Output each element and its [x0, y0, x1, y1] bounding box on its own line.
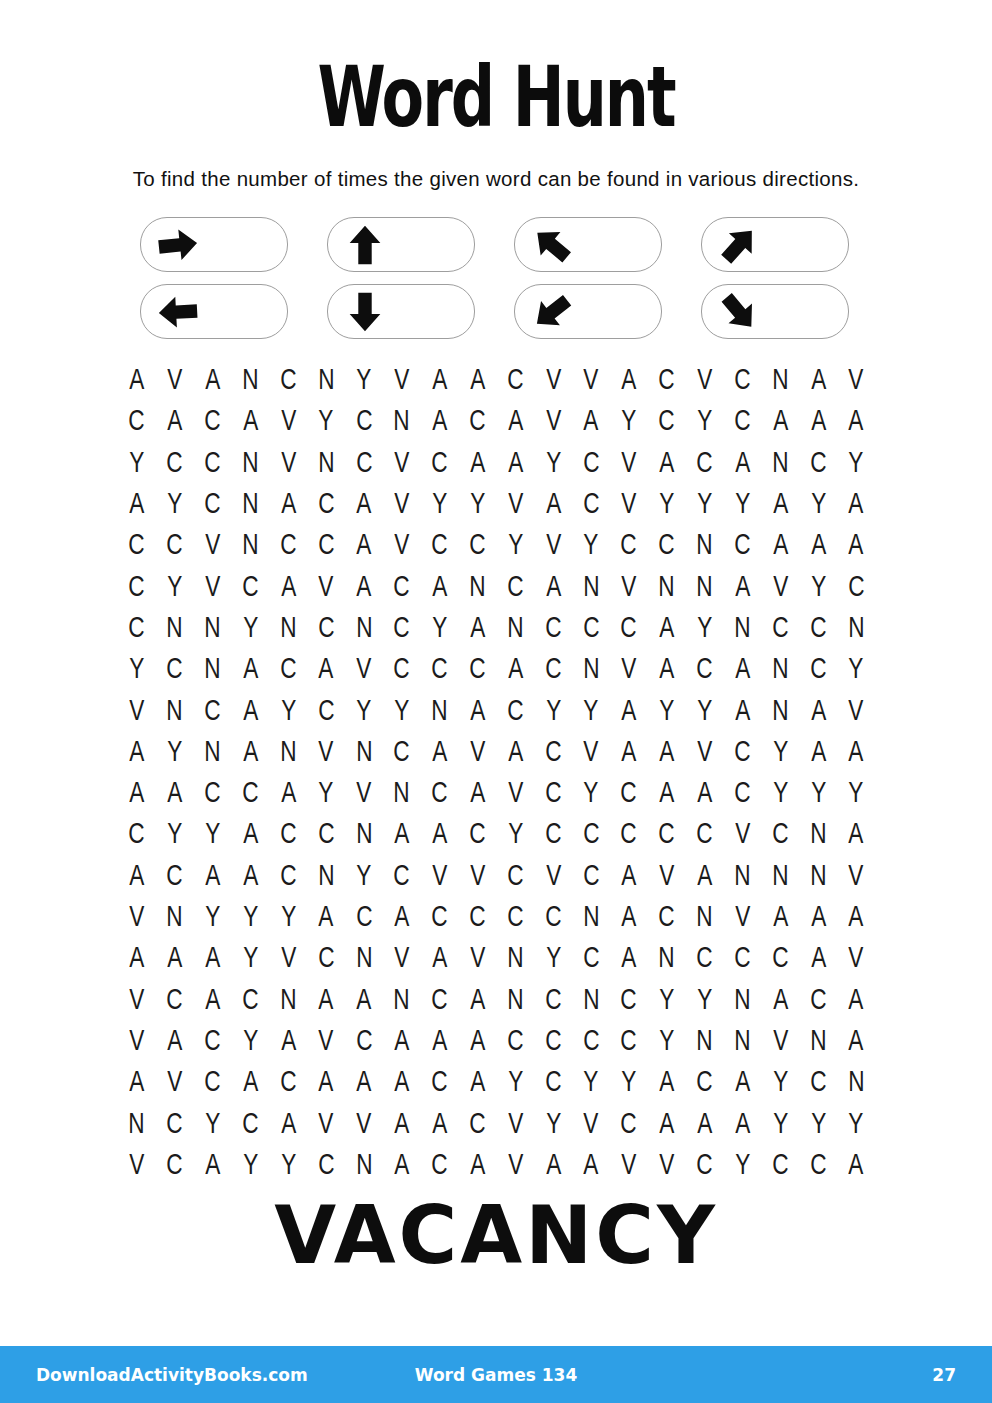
grid-cell: V	[496, 772, 534, 813]
grid-cell: N	[232, 483, 270, 524]
grid-cell: V	[156, 359, 194, 400]
grid-cell: A	[686, 1102, 724, 1143]
grid-cell: A	[459, 1144, 497, 1185]
grid-cell: Y	[269, 896, 307, 937]
direction-button-down	[327, 284, 475, 339]
grid-cell: A	[118, 937, 156, 978]
grid-cell: N	[194, 731, 232, 772]
grid-cell: A	[194, 937, 232, 978]
grid-cell: N	[345, 731, 383, 772]
grid-cell: V	[383, 359, 421, 400]
grid-cell: V	[383, 442, 421, 483]
grid-cell: C	[648, 896, 686, 937]
grid-cell: Y	[572, 772, 610, 813]
grid-cell: A	[459, 359, 497, 400]
grid-cell: A	[232, 813, 270, 854]
grid-cell: Y	[194, 813, 232, 854]
grid-cell: A	[837, 524, 875, 565]
grid-cell: A	[761, 483, 799, 524]
grid-cell: C	[799, 442, 837, 483]
grid-cell: A	[761, 524, 799, 565]
grid-cell: A	[724, 648, 762, 689]
grid-cell: N	[761, 648, 799, 689]
grid-cell: C	[421, 772, 459, 813]
grid-cell: C	[534, 1020, 572, 1061]
grid-cell: A	[307, 648, 345, 689]
grid-cell: C	[648, 359, 686, 400]
grid-cell: A	[307, 1061, 345, 1102]
grid-cell: N	[724, 607, 762, 648]
grid-cell: A	[837, 1144, 875, 1185]
grid-cell: V	[459, 731, 497, 772]
grid-cell: Y	[194, 1102, 232, 1143]
grid-cell: A	[724, 1061, 762, 1102]
grid-cell: V	[383, 524, 421, 565]
grid-cell: N	[232, 442, 270, 483]
grid-cell: Y	[421, 607, 459, 648]
grid-cell: C	[118, 565, 156, 606]
grid-cell: Y	[686, 483, 724, 524]
grid-cell: N	[232, 359, 270, 400]
grid-cell: C	[459, 813, 497, 854]
grid-cell: C	[194, 483, 232, 524]
grid-cell: C	[345, 1020, 383, 1061]
grid-cell: C	[383, 565, 421, 606]
grid-cell: V	[572, 731, 610, 772]
arrow-down-left-icon	[520, 279, 585, 344]
direction-button-down-right	[701, 284, 849, 339]
grid-cell: Y	[648, 978, 686, 1019]
grid-cell: A	[724, 1102, 762, 1143]
grid-cell: N	[269, 978, 307, 1019]
grid-cell: V	[724, 813, 762, 854]
grid-cell: C	[496, 359, 534, 400]
grid-cell: Y	[572, 524, 610, 565]
grid-cell: Y	[837, 648, 875, 689]
grid-cell: Y	[232, 1020, 270, 1061]
grid-cell: C	[307, 483, 345, 524]
grid-cell: C	[496, 1020, 534, 1061]
grid-cell: V	[496, 483, 534, 524]
instructions-text: To find the number of times the given wo…	[0, 167, 992, 191]
grid-cell: C	[724, 937, 762, 978]
grid-cell: Y	[496, 524, 534, 565]
grid-cell: A	[194, 1144, 232, 1185]
grid-cell: A	[307, 896, 345, 937]
grid-cell: V	[307, 1020, 345, 1061]
grid-cell: V	[459, 855, 497, 896]
grid-cell: Y	[118, 442, 156, 483]
grid-cell: N	[799, 1020, 837, 1061]
grid-cell: Y	[686, 689, 724, 730]
direction-button-right	[140, 217, 288, 272]
grid-cell: N	[686, 1020, 724, 1061]
grid-cell: N	[194, 607, 232, 648]
grid-cell: C	[648, 813, 686, 854]
grid-cell: C	[534, 978, 572, 1019]
grid-cell: C	[421, 1144, 459, 1185]
grid-cell: Y	[534, 937, 572, 978]
grid-cell: A	[421, 1102, 459, 1143]
grid-cell: C	[724, 524, 762, 565]
grid-cell: A	[118, 855, 156, 896]
grid-cell: C	[459, 1102, 497, 1143]
grid-cell: A	[799, 524, 837, 565]
grid-cell: N	[686, 565, 724, 606]
grid-cell: N	[383, 978, 421, 1019]
grid-cell: Y	[345, 855, 383, 896]
grid-cell: N	[572, 896, 610, 937]
grid-cell: A	[724, 442, 762, 483]
grid-cell: A	[610, 731, 648, 772]
grid-cell: Y	[724, 1144, 762, 1185]
grid-cell: A	[232, 731, 270, 772]
grid-cell: A	[232, 648, 270, 689]
grid-cell: Y	[686, 978, 724, 1019]
grid-cell: Y	[761, 1061, 799, 1102]
grid-cell: A	[459, 978, 497, 1019]
grid-cell: N	[761, 442, 799, 483]
grid-cell: A	[269, 565, 307, 606]
grid-cell: Y	[232, 896, 270, 937]
grid-cell: C	[118, 524, 156, 565]
grid-cell: Y	[232, 607, 270, 648]
grid-cell: A	[496, 731, 534, 772]
grid-cell: V	[383, 483, 421, 524]
grid-cell: V	[383, 937, 421, 978]
grid-cell: A	[118, 1061, 156, 1102]
grid-cell: A	[799, 400, 837, 441]
grid-cell: A	[345, 978, 383, 1019]
grid-cell: A	[837, 978, 875, 1019]
grid-cell: C	[686, 937, 724, 978]
grid-cell: N	[837, 607, 875, 648]
grid-cell: C	[496, 896, 534, 937]
grid-cell: C	[194, 1020, 232, 1061]
grid-cell: C	[269, 648, 307, 689]
grid-cell: C	[156, 524, 194, 565]
grid-cell: Y	[610, 1061, 648, 1102]
grid-cell: A	[496, 442, 534, 483]
grid-cell: A	[383, 896, 421, 937]
grid-cell: C	[572, 483, 610, 524]
direction-button-down-left	[514, 284, 662, 339]
grid-cell: Y	[799, 483, 837, 524]
grid-cell: V	[572, 359, 610, 400]
grid-cell: N	[686, 896, 724, 937]
grid-cell: C	[610, 1102, 648, 1143]
grid-cell: C	[194, 689, 232, 730]
grid-cell: Y	[534, 1102, 572, 1143]
grid-cell: A	[345, 1061, 383, 1102]
grid-cell: Y	[421, 483, 459, 524]
grid-cell: A	[421, 359, 459, 400]
direction-button-up-right	[701, 217, 849, 272]
grid-cell: N	[648, 937, 686, 978]
grid-cell: A	[345, 524, 383, 565]
grid-cell: N	[724, 978, 762, 1019]
grid-cell: V	[194, 565, 232, 606]
grid-cell: Y	[686, 400, 724, 441]
grid-cell: V	[307, 731, 345, 772]
grid-cell: C	[156, 855, 194, 896]
grid-cell: C	[269, 855, 307, 896]
grid-cell: V	[459, 937, 497, 978]
grid-cell: V	[269, 400, 307, 441]
grid-cell: C	[799, 1061, 837, 1102]
grid-cell: C	[156, 442, 194, 483]
grid-cell: C	[686, 813, 724, 854]
grid-cell: V	[421, 855, 459, 896]
grid-cell: C	[345, 442, 383, 483]
grid-cell: C	[307, 689, 345, 730]
footer-site-link: DownloadActivityBooks.com	[36, 1365, 308, 1385]
grid-cell: V	[686, 731, 724, 772]
grid-cell: Y	[118, 648, 156, 689]
grid-cell: N	[496, 978, 534, 1019]
grid-cell: Y	[799, 565, 837, 606]
grid-cell: V	[572, 1102, 610, 1143]
grid-cell: A	[459, 772, 497, 813]
grid-cell: A	[118, 731, 156, 772]
grid-cell: C	[610, 607, 648, 648]
grid-cell: V	[194, 524, 232, 565]
grid-cell: A	[156, 400, 194, 441]
grid-cell: V	[156, 1061, 194, 1102]
grid-cell: C	[534, 772, 572, 813]
grid-cell: C	[118, 607, 156, 648]
grid-cell: Y	[837, 1102, 875, 1143]
grid-cell: A	[799, 689, 837, 730]
grid-cell: C	[269, 1061, 307, 1102]
grid-cell: V	[118, 1020, 156, 1061]
grid-cell: C	[307, 1144, 345, 1185]
grid-cell: A	[232, 400, 270, 441]
grid-cell: A	[383, 1020, 421, 1061]
grid-cell: C	[496, 689, 534, 730]
grid-cell: C	[686, 648, 724, 689]
grid-cell: N	[118, 1102, 156, 1143]
grid-cell: A	[837, 483, 875, 524]
grid-cell: C	[572, 937, 610, 978]
grid-cell: V	[496, 1102, 534, 1143]
grid-cell: A	[421, 1020, 459, 1061]
grid-cell: Y	[232, 937, 270, 978]
grid-cell: C	[421, 648, 459, 689]
arrow-left-icon	[154, 287, 202, 335]
grid-cell: C	[496, 855, 534, 896]
grid-cell: V	[610, 1144, 648, 1185]
grid-cell: A	[421, 400, 459, 441]
grid-cell: V	[118, 978, 156, 1019]
grid-cell: V	[648, 1144, 686, 1185]
grid-cell: V	[534, 359, 572, 400]
grid-cell: C	[534, 648, 572, 689]
grid-cell: C	[837, 565, 875, 606]
grid-cell: A	[459, 442, 497, 483]
grid-cell: Y	[307, 400, 345, 441]
grid-cell: C	[610, 772, 648, 813]
direction-button-up-left	[514, 217, 662, 272]
grid-cell: Y	[156, 483, 194, 524]
grid-cell: A	[383, 1102, 421, 1143]
grid-cell: A	[761, 978, 799, 1019]
grid-cell: C	[156, 1144, 194, 1185]
grid-cell: N	[156, 896, 194, 937]
target-word: VACANCY	[0, 1196, 992, 1276]
grid-cell: Y	[156, 565, 194, 606]
grid-cell: C	[307, 607, 345, 648]
grid-cell: V	[345, 1102, 383, 1143]
grid-cell: Y	[837, 772, 875, 813]
grid-cell: C	[724, 731, 762, 772]
grid-cell: N	[345, 607, 383, 648]
grid-cell: C	[648, 524, 686, 565]
grid-cell: Y	[194, 896, 232, 937]
grid-cell: C	[799, 607, 837, 648]
grid-cell: A	[799, 937, 837, 978]
grid-cell: A	[686, 855, 724, 896]
grid-cell: Y	[648, 1020, 686, 1061]
grid-cell: Y	[345, 359, 383, 400]
grid-cell: V	[837, 359, 875, 400]
grid-cell: V	[610, 483, 648, 524]
grid-cell: A	[269, 483, 307, 524]
grid-cell: C	[724, 400, 762, 441]
grid-cell: N	[345, 937, 383, 978]
grid-cell: A	[610, 896, 648, 937]
grid-cell: A	[232, 1061, 270, 1102]
grid-cell: C	[686, 1061, 724, 1102]
grid-cell: A	[572, 400, 610, 441]
grid-cell: C	[156, 648, 194, 689]
grid-cell: A	[799, 896, 837, 937]
grid-cell: A	[610, 937, 648, 978]
grid-cell: A	[232, 689, 270, 730]
grid-cell: C	[534, 896, 572, 937]
grid-cell: C	[761, 813, 799, 854]
grid-cell: C	[232, 1102, 270, 1143]
grid-cell: C	[118, 400, 156, 441]
grid-cell: V	[837, 689, 875, 730]
grid-cell: A	[459, 1061, 497, 1102]
grid-cell: C	[686, 1144, 724, 1185]
grid-cell: A	[686, 772, 724, 813]
grid-cell: V	[118, 896, 156, 937]
grid-cell: A	[648, 442, 686, 483]
grid-cell: V	[761, 1020, 799, 1061]
grid-cell: C	[232, 772, 270, 813]
grid-cell: N	[307, 359, 345, 400]
grid-cell: V	[837, 855, 875, 896]
grid-cell: N	[459, 565, 497, 606]
grid-cell: C	[572, 1020, 610, 1061]
grid-cell: C	[421, 896, 459, 937]
grid-cell: Y	[345, 689, 383, 730]
grid-cell: V	[761, 565, 799, 606]
grid-cell: N	[724, 855, 762, 896]
footer-series-label: Word Games 134	[415, 1365, 578, 1385]
grid-cell: A	[156, 772, 194, 813]
grid-cell: A	[118, 483, 156, 524]
arrow-up-left-icon	[520, 212, 585, 277]
grid-cell: Y	[724, 483, 762, 524]
grid-cell: A	[610, 689, 648, 730]
grid-cell: A	[761, 400, 799, 441]
grid-cell: A	[421, 565, 459, 606]
grid-cell: C	[610, 1020, 648, 1061]
grid-cell: V	[345, 772, 383, 813]
page-title: Word Hunt	[0, 56, 992, 140]
grid-cell: N	[496, 937, 534, 978]
grid-cell: N	[837, 1061, 875, 1102]
grid-cell: Y	[156, 813, 194, 854]
grid-cell: C	[345, 896, 383, 937]
grid-cell: C	[724, 359, 762, 400]
grid-cell: A	[496, 400, 534, 441]
direction-button-up	[327, 217, 475, 272]
arrow-right-icon	[153, 219, 204, 270]
grid-cell: A	[496, 648, 534, 689]
grid-cell: C	[799, 1144, 837, 1185]
grid-cell: N	[496, 607, 534, 648]
grid-cell: A	[648, 731, 686, 772]
grid-cell: A	[837, 400, 875, 441]
grid-cell: C	[572, 813, 610, 854]
grid-cell: A	[156, 937, 194, 978]
grid-cell: Y	[156, 731, 194, 772]
grid-cell: C	[421, 442, 459, 483]
grid-cell: Y	[534, 689, 572, 730]
grid-cell: Y	[232, 1144, 270, 1185]
grid-cell: C	[610, 978, 648, 1019]
grid-cell: A	[383, 813, 421, 854]
grid-cell: C	[383, 731, 421, 772]
grid-cell: C	[496, 565, 534, 606]
grid-cell: C	[610, 813, 648, 854]
grid-cell: C	[383, 607, 421, 648]
grid-cell: C	[307, 524, 345, 565]
grid-cell: N	[686, 524, 724, 565]
grid-cell: A	[118, 359, 156, 400]
grid-cell: Y	[496, 1061, 534, 1102]
grid-cell: A	[383, 1144, 421, 1185]
arrow-up-right-icon	[707, 212, 772, 277]
grid-cell: C	[534, 607, 572, 648]
grid-cell: A	[421, 731, 459, 772]
grid-cell: A	[837, 813, 875, 854]
grid-cell: N	[156, 689, 194, 730]
grid-cell: A	[799, 731, 837, 772]
grid-cell: A	[194, 359, 232, 400]
grid-cell: N	[383, 772, 421, 813]
grid-cell: Y	[648, 689, 686, 730]
grid-cell: N	[799, 855, 837, 896]
grid-cell: C	[383, 648, 421, 689]
grid-cell: C	[572, 442, 610, 483]
grid-cell: C	[534, 813, 572, 854]
grid-cell: C	[383, 855, 421, 896]
arrow-down-icon	[342, 289, 388, 335]
grid-cell: A	[610, 855, 648, 896]
grid-cell: A	[534, 1144, 572, 1185]
grid-cell: C	[459, 896, 497, 937]
grid-cell: Y	[837, 442, 875, 483]
grid-cell: C	[194, 1061, 232, 1102]
grid-cell: A	[269, 1102, 307, 1143]
grid-cell: A	[269, 772, 307, 813]
grid-cell: A	[648, 1102, 686, 1143]
